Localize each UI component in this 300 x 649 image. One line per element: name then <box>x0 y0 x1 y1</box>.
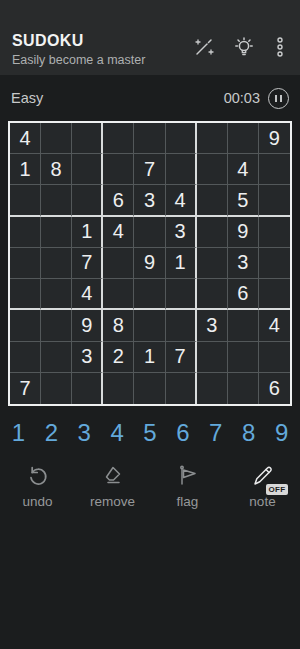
cell-r7c7[interactable]: 3 <box>197 310 228 341</box>
cell-r5c1[interactable] <box>10 248 41 279</box>
cell-r6c9[interactable] <box>259 279 290 310</box>
cell-r3c4[interactable]: 6 <box>103 185 134 216</box>
numpad-9[interactable]: 9 <box>265 419 298 448</box>
cell-r8c3[interactable]: 3 <box>72 342 103 373</box>
cell-r2c7[interactable] <box>197 154 228 185</box>
app-title: SUDOKU <box>12 32 145 50</box>
cell-r1c1[interactable]: 4 <box>10 123 41 154</box>
cell-r9c3[interactable] <box>72 373 103 404</box>
cell-r7c1[interactable] <box>10 310 41 341</box>
cell-r4c1[interactable] <box>10 217 41 248</box>
cell-r2c6[interactable] <box>166 154 197 185</box>
cell-r6c4[interactable] <box>103 279 134 310</box>
undo-label: undo <box>22 494 52 509</box>
undo-icon <box>25 463 51 489</box>
cell-r2c5[interactable]: 7 <box>134 154 165 185</box>
cell-r6c1[interactable] <box>10 279 41 310</box>
cell-r7c8[interactable] <box>228 310 259 341</box>
cell-r1c5[interactable] <box>134 123 165 154</box>
cell-r3c8[interactable]: 5 <box>228 185 259 216</box>
cell-r2c4[interactable] <box>103 154 134 185</box>
cell-r6c6[interactable] <box>166 279 197 310</box>
cell-r8c8[interactable] <box>228 342 259 373</box>
sudoku-app: SUDOKU Easily become a master <box>0 0 300 649</box>
header-icons <box>192 35 288 67</box>
cell-r5c9[interactable] <box>259 248 290 279</box>
cell-r7c2[interactable] <box>41 310 72 341</box>
cell-r8c9[interactable] <box>259 342 290 373</box>
flag-button[interactable]: flag <box>150 463 225 509</box>
cell-r3c7[interactable] <box>197 185 228 216</box>
cell-r5c5[interactable]: 9 <box>134 248 165 279</box>
cell-r3c6[interactable]: 4 <box>166 185 197 216</box>
cell-r5c6[interactable]: 1 <box>166 248 197 279</box>
cell-r7c3[interactable]: 9 <box>72 310 103 341</box>
timer-wrap: 00:03 <box>224 88 289 109</box>
numpad-8[interactable]: 8 <box>232 419 265 448</box>
cell-r8c5[interactable]: 1 <box>134 342 165 373</box>
undo-button[interactable]: undo <box>0 463 75 509</box>
title-block: SUDOKU Easily become a master <box>12 32 145 67</box>
cell-r2c8[interactable]: 4 <box>228 154 259 185</box>
cell-r7c4[interactable]: 8 <box>103 310 134 341</box>
remove-button[interactable]: remove <box>75 463 150 509</box>
cell-r8c2[interactable] <box>41 342 72 373</box>
cell-r4c9[interactable] <box>259 217 290 248</box>
cell-r1c6[interactable] <box>166 123 197 154</box>
pause-button[interactable] <box>268 88 289 109</box>
remove-label: remove <box>90 494 135 509</box>
app-subtitle: Easily become a master <box>12 53 145 67</box>
number-pad: 123456789 <box>0 419 300 448</box>
magic-wand-icon[interactable] <box>192 35 216 59</box>
numpad-5[interactable]: 5 <box>134 419 167 448</box>
numpad-2[interactable]: 2 <box>35 419 68 448</box>
cell-r4c6[interactable]: 3 <box>166 217 197 248</box>
cell-r9c9[interactable]: 6 <box>259 373 290 404</box>
cell-r4c5[interactable] <box>134 217 165 248</box>
cell-r9c4[interactable] <box>103 373 134 404</box>
cell-r1c7[interactable] <box>197 123 228 154</box>
cell-r9c6[interactable] <box>166 373 197 404</box>
cell-r4c8[interactable]: 9 <box>228 217 259 248</box>
cell-r3c3[interactable] <box>72 185 103 216</box>
cell-r9c1[interactable]: 7 <box>10 373 41 404</box>
cell-r3c1[interactable] <box>10 185 41 216</box>
cell-r6c5[interactable] <box>134 279 165 310</box>
cell-r9c7[interactable] <box>197 373 228 404</box>
cell-r2c3[interactable] <box>72 154 103 185</box>
cell-r9c2[interactable] <box>41 373 72 404</box>
cell-r1c2[interactable] <box>41 123 72 154</box>
cell-r1c9[interactable]: 9 <box>259 123 290 154</box>
cell-r6c8[interactable]: 6 <box>228 279 259 310</box>
cell-r7c9[interactable]: 4 <box>259 310 290 341</box>
numpad-3[interactable]: 3 <box>68 419 101 448</box>
cell-r3c5[interactable]: 3 <box>134 185 165 216</box>
cell-r7c6[interactable] <box>166 310 197 341</box>
cell-r8c1[interactable] <box>10 342 41 373</box>
cell-r1c3[interactable] <box>72 123 103 154</box>
cell-r6c3[interactable]: 4 <box>72 279 103 310</box>
hint-bulb-icon[interactable] <box>232 35 256 59</box>
kebab-menu-icon[interactable] <box>272 35 288 59</box>
status-row: Easy 00:03 <box>0 75 300 121</box>
cell-r5c8[interactable]: 3 <box>228 248 259 279</box>
app-header: SUDOKU Easily become a master <box>0 0 300 75</box>
toolbar: undo remove flag OFF note <box>0 463 300 509</box>
cell-r4c4[interactable]: 4 <box>103 217 134 248</box>
note-state-badge: OFF <box>266 484 289 495</box>
cell-r4c3[interactable]: 1 <box>72 217 103 248</box>
cell-r3c9[interactable] <box>259 185 290 216</box>
cell-r5c7[interactable] <box>197 248 228 279</box>
note-label: note <box>249 494 275 509</box>
cell-r2c9[interactable] <box>259 154 290 185</box>
cell-r6c2[interactable] <box>41 279 72 310</box>
cell-r9c5[interactable] <box>134 373 165 404</box>
cell-r7c5[interactable] <box>134 310 165 341</box>
cell-r5c4[interactable] <box>103 248 134 279</box>
sudoku-board: 491874634514397913469834321776 <box>8 121 292 406</box>
cell-r1c8[interactable] <box>228 123 259 154</box>
cell-r1c4[interactable] <box>103 123 134 154</box>
difficulty-label: Easy <box>11 90 43 106</box>
cell-r4c2[interactable] <box>41 217 72 248</box>
numpad-1[interactable]: 1 <box>2 419 35 448</box>
flag-label: flag <box>177 494 199 509</box>
cell-r3c2[interactable] <box>41 185 72 216</box>
cell-r5c2[interactable] <box>41 248 72 279</box>
cell-r5c3[interactable]: 7 <box>72 248 103 279</box>
numpad-4[interactable]: 4 <box>101 419 134 448</box>
cell-r6c7[interactable] <box>197 279 228 310</box>
cell-r8c4[interactable]: 2 <box>103 342 134 373</box>
cell-r8c7[interactable] <box>197 342 228 373</box>
cell-r4c7[interactable] <box>197 217 228 248</box>
cell-r2c1[interactable]: 1 <box>10 154 41 185</box>
eraser-icon <box>100 463 126 489</box>
numpad-7[interactable]: 7 <box>199 419 232 448</box>
timer-value: 00:03 <box>224 90 260 106</box>
note-button[interactable]: OFF note <box>225 463 300 509</box>
cell-r2c2[interactable]: 8 <box>41 154 72 185</box>
flag-icon <box>175 463 201 489</box>
cell-r9c8[interactable] <box>228 373 259 404</box>
cell-r8c6[interactable]: 7 <box>166 342 197 373</box>
numpad-6[interactable]: 6 <box>166 419 199 448</box>
